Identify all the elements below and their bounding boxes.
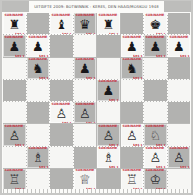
stamp-value-label: SR$ 1 xyxy=(39,166,48,168)
square-f6[interactable]: SURINAME♞SR$ 1 xyxy=(121,58,144,79)
square-g1[interactable]: SURINAME♔SR$ 1 xyxy=(144,169,167,190)
sheet-title: UITGIFTE 2009: BOTWINNIK - KERES, DEN HA… xyxy=(34,4,159,8)
black-pawn-icon: ♟ xyxy=(32,40,44,53)
square-f4[interactable] xyxy=(121,102,144,123)
white-rook-icon: ♖ xyxy=(8,173,20,186)
square-b4[interactable] xyxy=(27,102,50,123)
stamp-e5: SURINAME♟SR$ 1 xyxy=(97,80,120,101)
square-d1[interactable]: SURINAME♕SR$ 1 xyxy=(74,169,97,190)
square-c1[interactable] xyxy=(50,169,73,190)
stamp-country-label: SURINAME xyxy=(146,36,165,38)
stamp-b6: SURINAME♞SR$ 1 xyxy=(27,58,50,79)
white-pawn-icon: ♙ xyxy=(149,151,161,164)
square-f2[interactable] xyxy=(121,147,144,168)
stamp-country-label: SURINAME xyxy=(99,80,118,82)
square-b3[interactable] xyxy=(27,124,50,145)
stamp-country-label: SURINAME xyxy=(75,58,94,60)
stamp-value-label: SR$ 1 xyxy=(62,33,71,35)
stamp-f1: SURINAME♖SR$ 1 xyxy=(121,169,144,190)
stamp-country-label: SURINAME xyxy=(5,125,24,127)
square-f5[interactable] xyxy=(121,80,144,101)
square-b6[interactable]: SURINAME♞SR$ 1 xyxy=(27,58,50,79)
white-rook-icon: ♖ xyxy=(126,173,138,186)
black-knight-icon: ♞ xyxy=(126,62,138,75)
stamp-g2: SURINAME♙SR$ 1 xyxy=(144,147,167,168)
stamp-d4: SURINAME♙SR$ 1 xyxy=(74,102,97,123)
square-f7[interactable]: SURINAME♟SR$ 1 xyxy=(121,35,144,56)
stamp-country-label: SURINAME xyxy=(52,14,71,16)
stamp-country-label: SURINAME xyxy=(99,14,118,16)
white-pawn-icon: ♙ xyxy=(79,107,91,120)
stamp-value-label: SR$ 1 xyxy=(133,77,142,79)
stamp-country-label: SURINAME xyxy=(5,169,24,171)
chess-board: SURINAME♜SR$ 1SURINAME♝SR$ 1SURINAME♛SR$… xyxy=(3,13,190,190)
square-d7[interactable] xyxy=(74,35,97,56)
square-c6[interactable] xyxy=(50,58,73,79)
square-a2[interactable] xyxy=(3,147,26,168)
bottom-perforation-selvage xyxy=(3,189,190,193)
square-a8[interactable]: SURINAME♜SR$ 1 xyxy=(3,13,26,34)
black-pawn-icon: ♟ xyxy=(8,40,20,53)
square-c5[interactable] xyxy=(50,80,73,101)
square-a1[interactable]: SURINAME♖SR$ 1 xyxy=(3,169,26,190)
stamp-value-label: SR$ 1 xyxy=(109,166,118,168)
stamp-a7: SURINAME♟SR$ 1 xyxy=(3,35,26,56)
stamp-value-label: SR$ 1 xyxy=(15,33,24,35)
stamp-g1: SURINAME♔SR$ 1 xyxy=(144,169,167,190)
white-bishop-icon: ♗ xyxy=(102,151,114,164)
stamp-country-label: SURINAME xyxy=(169,147,188,149)
stamp-value-label: SR$ 1 xyxy=(86,33,95,35)
square-d4[interactable]: SURINAME♙SR$ 1 xyxy=(74,102,97,123)
stamp-value-label: SR$ 1 xyxy=(109,33,118,35)
square-h8[interactable] xyxy=(168,13,191,34)
stamp-value-label: SR$ 1 xyxy=(15,144,24,146)
square-d2[interactable] xyxy=(74,147,97,168)
stamp-a1: SURINAME♖SR$ 1 xyxy=(3,169,26,190)
square-d8[interactable]: SURINAME♛SR$ 1 xyxy=(74,13,97,34)
stamp-value-label: SR$ 1 xyxy=(156,33,165,35)
black-pawn-icon: ♟ xyxy=(149,40,161,53)
black-pawn-icon: ♟ xyxy=(102,84,114,97)
stamp-country-label: SURINAME xyxy=(146,169,165,171)
square-f8[interactable] xyxy=(121,13,144,34)
square-b5[interactable] xyxy=(27,80,50,101)
stamp-country-label: SURINAME xyxy=(99,125,118,127)
square-h2[interactable]: SURINAME♙SR$ 1 xyxy=(168,147,191,168)
stamp-value-label: SR$ 1 xyxy=(156,55,165,57)
stamp-c8: SURINAME♝SR$ 1 xyxy=(50,13,73,34)
square-b1[interactable] xyxy=(27,169,50,190)
square-h7[interactable]: SURINAME♟SR$ 1 xyxy=(168,35,191,56)
stamp-d6: SURINAME♟SR$ 1 xyxy=(74,58,97,79)
stamp-country-label: SURINAME xyxy=(99,147,118,149)
stamp-country-label: SURINAME xyxy=(122,125,141,127)
black-bishop-icon: ♝ xyxy=(55,18,67,31)
stamp-country-label: SURINAME xyxy=(122,58,141,60)
square-g4[interactable] xyxy=(144,102,167,123)
stamp-f6: SURINAME♞SR$ 1 xyxy=(121,58,144,79)
square-c3[interactable] xyxy=(50,124,73,145)
stamp-value-label: SR$ 1 xyxy=(133,55,142,57)
square-e7[interactable] xyxy=(97,35,120,56)
stamp-d1: SURINAME♕SR$ 1 xyxy=(74,169,97,190)
square-d3[interactable] xyxy=(74,124,97,145)
square-e2[interactable]: SURINAME♗SR$ 1 xyxy=(97,147,120,168)
square-c7[interactable] xyxy=(50,35,73,56)
stamp-value-label: SR$ 1 xyxy=(180,55,189,57)
square-b8[interactable] xyxy=(27,13,50,34)
stamp-value-label: SR$ 1 xyxy=(15,55,24,57)
square-e1[interactable] xyxy=(97,169,120,190)
square-e3[interactable]: SURINAME♙SR$ 1 xyxy=(97,124,120,145)
stamp-d8: SURINAME♛SR$ 1 xyxy=(74,13,97,34)
stamp-value-label: SR$ 1 xyxy=(109,99,118,101)
header-left-corner-block xyxy=(2,1,29,12)
title-box: UITGIFTE 2009: BOTWINNIK - KERES, DEN HA… xyxy=(29,1,164,12)
stamp-sheet: { "game": "chess", "position": "r1bqr1k1… xyxy=(0,0,193,195)
stamp-value-label: SR$ 1 xyxy=(39,77,48,79)
stamp-a8: SURINAME♜SR$ 1 xyxy=(3,13,26,34)
sheet-header: UITGIFTE 2009: BOTWINNIK - KERES, DEN HA… xyxy=(2,1,191,12)
square-h5[interactable] xyxy=(168,80,191,101)
square-g2[interactable]: SURINAME♙SR$ 1 xyxy=(144,147,167,168)
square-b2[interactable]: SURINAME♗SR$ 1 xyxy=(27,147,50,168)
square-h4[interactable] xyxy=(168,102,191,123)
white-pawn-icon: ♙ xyxy=(8,129,20,142)
square-g8[interactable]: SURINAME♚SR$ 1 xyxy=(144,13,167,34)
stamp-country-label: SURINAME xyxy=(5,36,24,38)
sheet-paper: UITGIFTE 2009: BOTWINNIK - KERES, DEN HA… xyxy=(2,1,191,193)
stamp-value-label: SR$ 1 xyxy=(109,144,118,146)
stamp-g8: SURINAME♚SR$ 1 xyxy=(144,13,167,34)
square-a4[interactable] xyxy=(3,102,26,123)
square-a3[interactable]: SURINAME♙SR$ 1 xyxy=(3,124,26,145)
square-a6[interactable] xyxy=(3,58,26,79)
square-c4[interactable]: SURINAME♙SR$ 1 xyxy=(50,102,73,123)
white-pawn-icon: ♙ xyxy=(173,151,185,164)
stamp-h7: SURINAME♟SR$ 1 xyxy=(168,35,191,56)
stamp-value-label: SR$ 1 xyxy=(156,144,165,146)
black-rook-icon: ♜ xyxy=(102,18,114,31)
white-pawn-icon: ♙ xyxy=(55,107,67,120)
square-g7[interactable]: SURINAME♟SR$ 1 xyxy=(144,35,167,56)
stamp-value-label: SR$ 1 xyxy=(62,122,71,124)
stamp-value-label: SR$ 1 xyxy=(180,166,189,168)
black-king-icon: ♚ xyxy=(149,18,161,31)
white-pawn-icon: ♙ xyxy=(102,129,114,142)
stamp-value-label: SR$ 1 xyxy=(156,166,165,168)
square-d5[interactable] xyxy=(74,80,97,101)
square-a7[interactable]: SURINAME♟SR$ 1 xyxy=(3,35,26,56)
square-c8[interactable]: SURINAME♝SR$ 1 xyxy=(50,13,73,34)
stamp-country-label: SURINAME xyxy=(5,14,24,16)
stamp-value-label: SR$ 1 xyxy=(86,77,95,79)
stamp-country-label: SURINAME xyxy=(28,147,47,149)
stamp-country-label: SURINAME xyxy=(169,36,188,38)
stamp-country-label: SURINAME xyxy=(28,58,47,60)
stamp-country-label: SURINAME xyxy=(146,147,165,149)
square-b7[interactable]: SURINAME♟SR$ 1 xyxy=(27,35,50,56)
stamp-g7: SURINAME♟SR$ 1 xyxy=(144,35,167,56)
stamp-value-label: SR$ 1 xyxy=(39,55,48,57)
square-f1[interactable]: SURINAME♖SR$ 1 xyxy=(121,169,144,190)
stamp-e3: SURINAME♙SR$ 1 xyxy=(97,124,120,145)
black-pawn-icon: ♟ xyxy=(126,40,138,53)
black-pawn-icon: ♟ xyxy=(173,40,185,53)
square-d6[interactable]: SURINAME♟SR$ 1 xyxy=(74,58,97,79)
square-g3[interactable]: SURINAME♘SR$ 1 xyxy=(144,124,167,145)
stamp-a3: SURINAME♙SR$ 1 xyxy=(3,124,26,145)
white-king-icon: ♔ xyxy=(149,173,161,186)
square-g6[interactable] xyxy=(144,58,167,79)
square-h3[interactable] xyxy=(168,124,191,145)
stamp-f7: SURINAME♟SR$ 1 xyxy=(121,35,144,56)
stamp-g3: SURINAME♘SR$ 1 xyxy=(144,124,167,145)
square-h1[interactable] xyxy=(168,169,191,190)
square-e5[interactable]: SURINAME♟SR$ 1 xyxy=(97,80,120,101)
square-a5[interactable] xyxy=(3,80,26,101)
stamp-h2: SURINAME♙SR$ 1 xyxy=(168,147,191,168)
white-bishop-icon: ♗ xyxy=(32,151,44,164)
stamp-value-label: SR$ 1 xyxy=(86,122,95,124)
square-g5[interactable] xyxy=(144,80,167,101)
square-f3[interactable]: SURINAME♙SR$ 1 xyxy=(121,124,144,145)
square-c2[interactable] xyxy=(50,147,73,168)
square-e8[interactable]: SURINAME♜SR$ 1 xyxy=(97,13,120,34)
stamp-country-label: SURINAME xyxy=(75,14,94,16)
stamp-country-label: SURINAME xyxy=(75,103,94,105)
white-knight-icon: ♘ xyxy=(149,129,161,142)
stamp-country-label: SURINAME xyxy=(52,103,71,105)
stamp-e2: SURINAME♗SR$ 1 xyxy=(97,147,120,168)
black-queen-icon: ♛ xyxy=(79,18,91,31)
stamp-b2: SURINAME♗SR$ 1 xyxy=(27,147,50,168)
black-pawn-icon: ♟ xyxy=(79,62,91,75)
stamp-b7: SURINAME♟SR$ 1 xyxy=(27,35,50,56)
stamp-c4: SURINAME♙SR$ 1 xyxy=(50,102,73,123)
square-e6[interactable] xyxy=(97,58,120,79)
stamp-country-label: SURINAME xyxy=(122,36,141,38)
square-h6[interactable] xyxy=(168,58,191,79)
stamp-f3: SURINAME♙SR$ 1 xyxy=(121,124,144,145)
square-e4[interactable] xyxy=(97,102,120,123)
stamp-country-label: SURINAME xyxy=(146,14,165,16)
stamp-country-label: SURINAME xyxy=(146,125,165,127)
header-right-corner-block xyxy=(164,1,191,12)
black-knight-icon: ♞ xyxy=(32,62,44,75)
white-pawn-icon: ♙ xyxy=(126,129,138,142)
stamp-country-label: SURINAME xyxy=(28,36,47,38)
stamp-country-label: SURINAME xyxy=(122,169,141,171)
stamp-country-label: SURINAME xyxy=(75,169,94,171)
black-rook-icon: ♜ xyxy=(8,18,20,31)
white-queen-icon: ♕ xyxy=(79,173,91,186)
stamp-value-label: SR$ 1 xyxy=(133,144,142,146)
stamp-e8: SURINAME♜SR$ 1 xyxy=(97,13,120,34)
